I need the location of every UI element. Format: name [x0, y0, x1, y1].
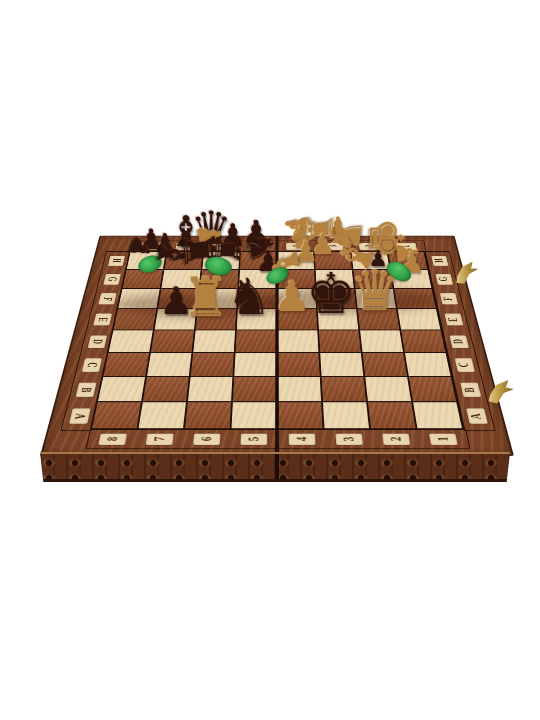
product-photo: 87654321 87654321 HGFEDCBA HGFEDCBA ♟♜♞♟… [0, 0, 540, 720]
piece-dark-king-standing: ♚ [303, 266, 359, 322]
chess-set-scene: 87654321 87654321 HGFEDCBA HGFEDCBA ♟♜♞♟… [0, 0, 540, 720]
pieces-heap-layer: ♟♜♞♟♟♝♛♟♟♝♜♜♞♟♟♟♟♚♛♝♟♟♞♚♝♜♞♟♟♟♟♟ [0, 0, 540, 720]
piece-light-rook-standing: ♜ [179, 271, 233, 325]
